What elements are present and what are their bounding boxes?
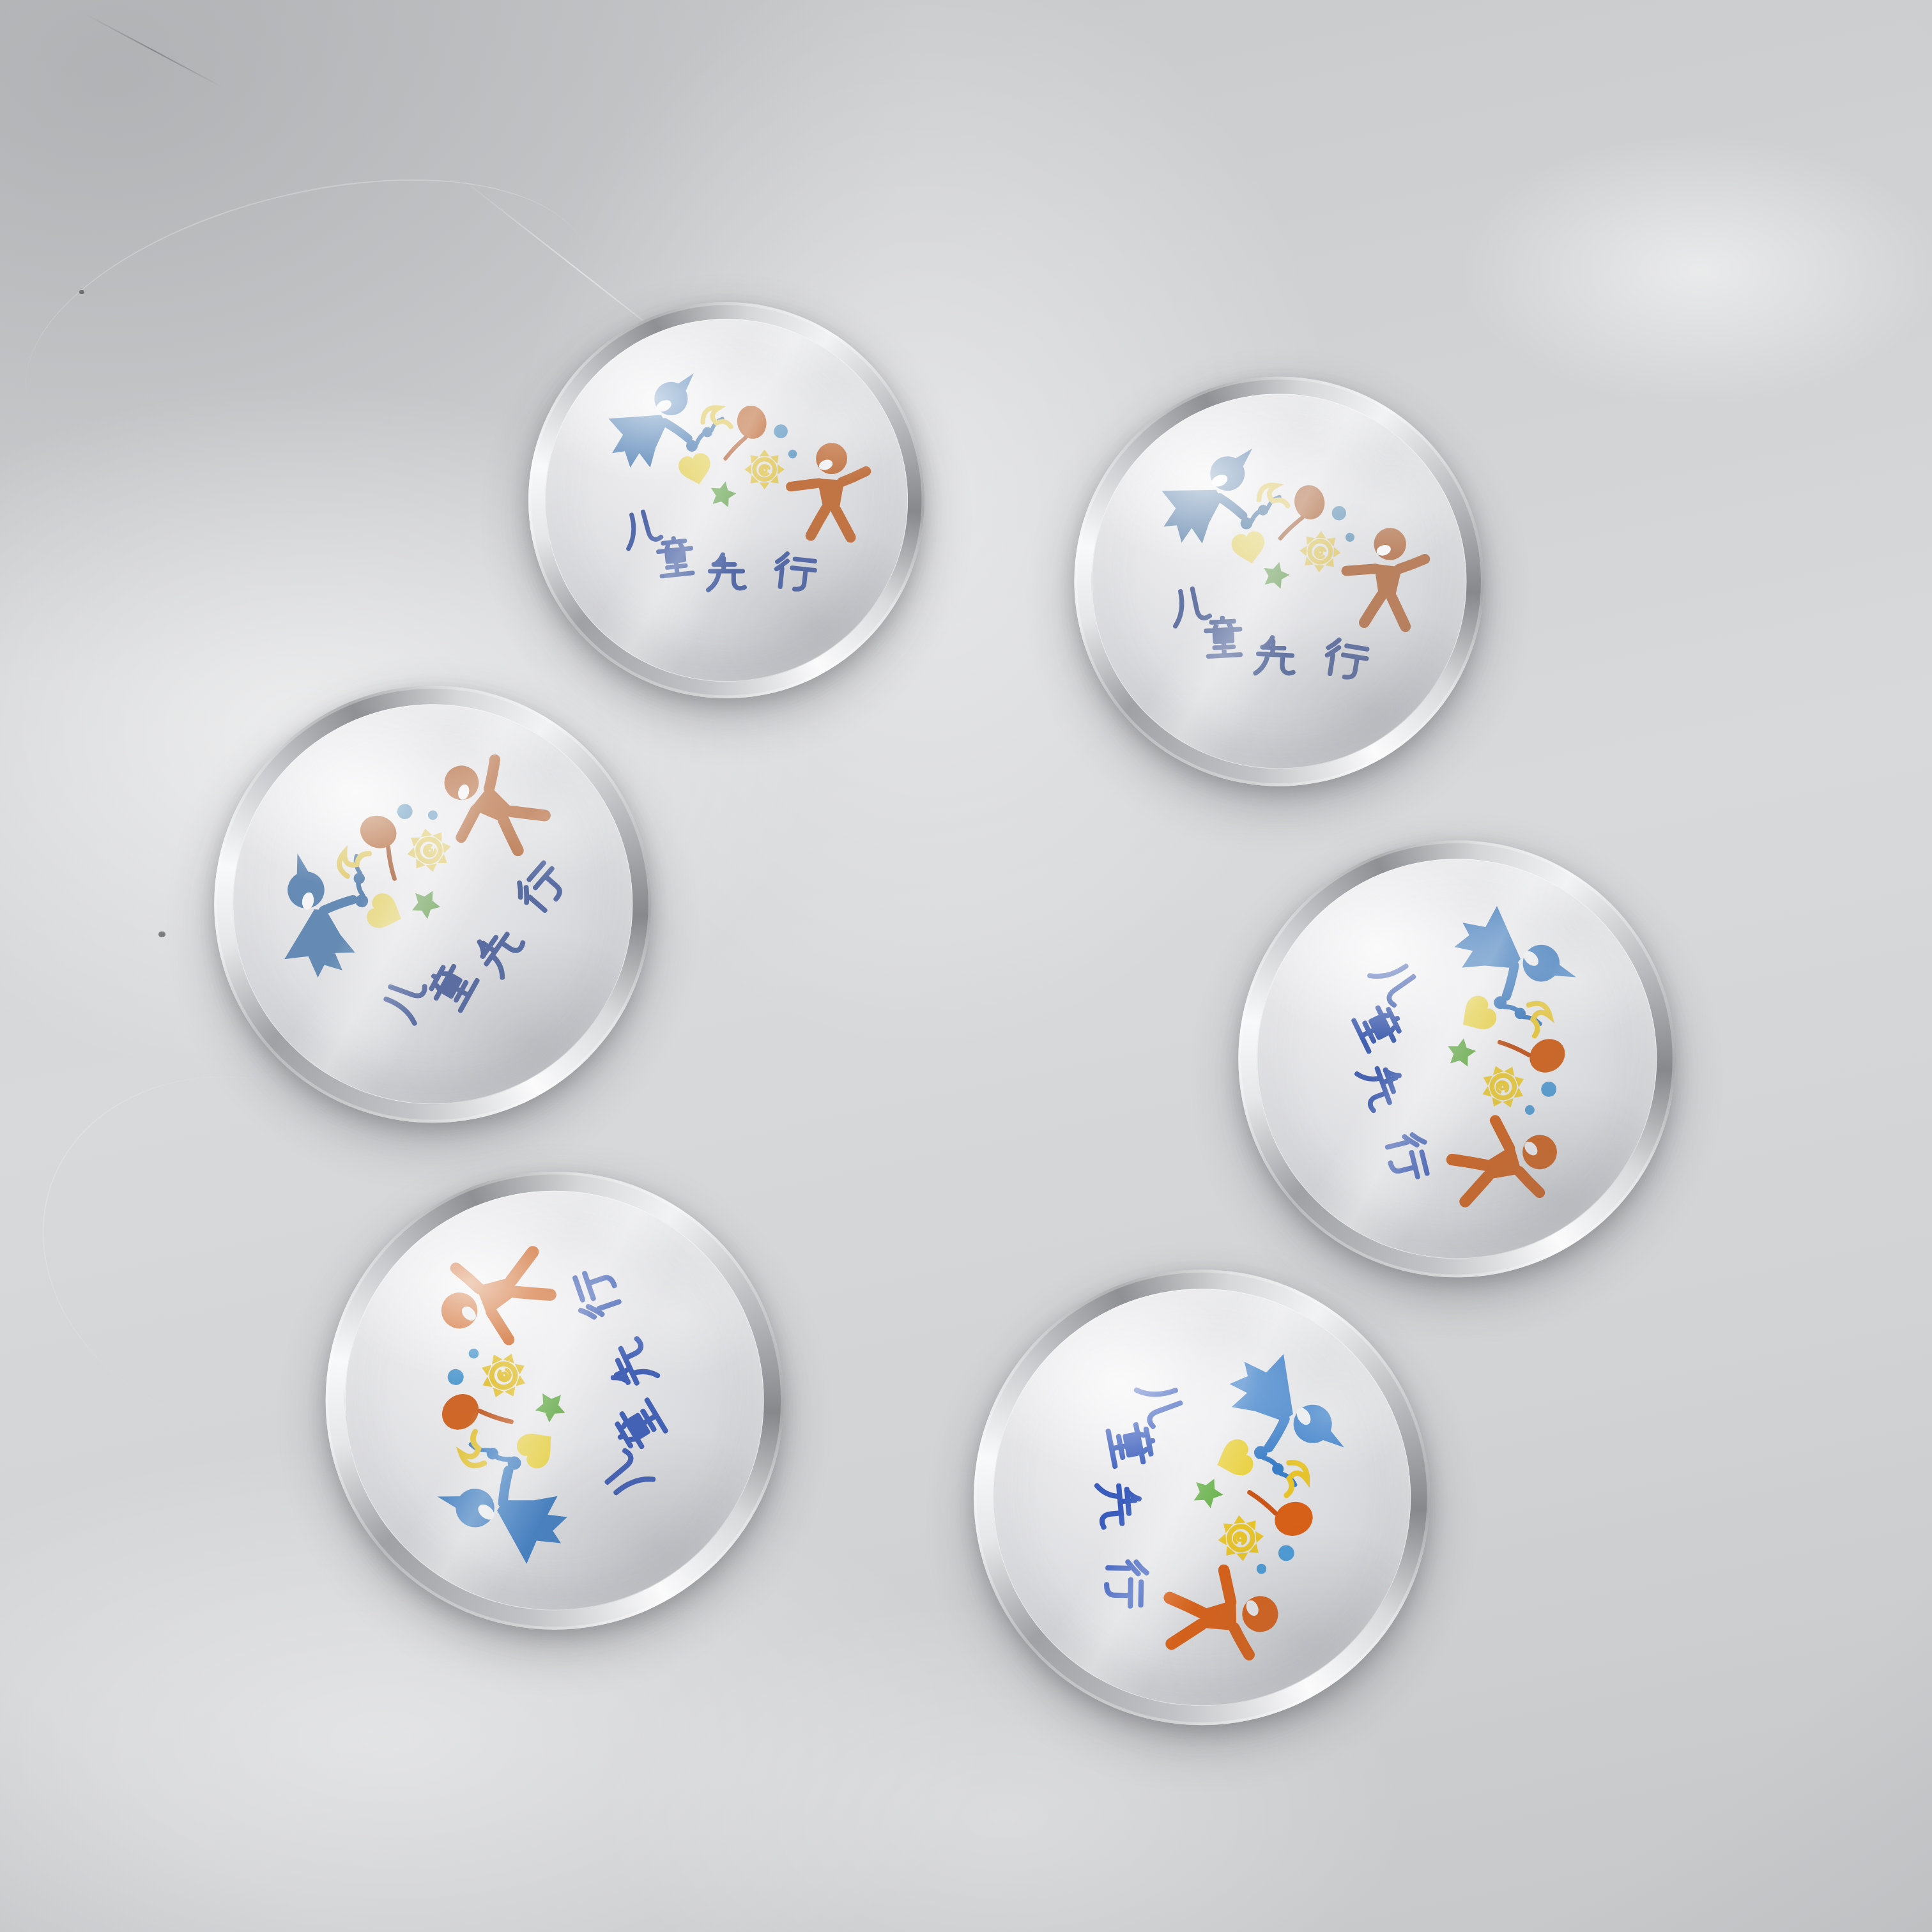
star-icon <box>1260 558 1292 590</box>
dust-speck <box>79 290 84 295</box>
sun-icon <box>399 820 460 881</box>
badge-face <box>1091 394 1466 769</box>
blue-dot-icon <box>1539 1079 1558 1098</box>
logo-rotation-wrapper <box>345 1191 765 1611</box>
blue-dot-icon <box>445 1367 466 1388</box>
streamer-icon <box>1259 484 1289 505</box>
streamer-icon <box>703 408 731 427</box>
music-notes-icon <box>1253 1443 1295 1487</box>
badge-face <box>345 1191 765 1611</box>
badge-left <box>215 686 651 1123</box>
sun-icon <box>1298 530 1342 574</box>
blue-child-figure <box>1446 889 1586 1042</box>
heart-icon <box>677 451 715 488</box>
glossy-highlight <box>993 1289 1411 1706</box>
badge-bottom-left <box>326 1172 784 1630</box>
orange-child-figure <box>1344 526 1427 627</box>
badge-face <box>233 704 632 1104</box>
sun-icon <box>744 450 784 489</box>
glossy-highlight <box>1257 859 1657 1259</box>
logo-text-char-2 <box>1206 617 1241 656</box>
glossy-highlight <box>233 704 632 1104</box>
surface-scratch <box>0 127 623 531</box>
badge-right <box>1238 840 1675 1276</box>
logo-text-char-2 <box>1353 1002 1405 1052</box>
logo-text-char-2 <box>611 1400 666 1453</box>
logo-text-char-2 <box>425 960 477 1011</box>
logo-text <box>374 829 572 1057</box>
badge-bottom-right <box>974 1269 1430 1726</box>
blue-dot-icon <box>1256 1563 1267 1574</box>
logo-text-char-4 <box>1385 1132 1432 1182</box>
logo-rotation-wrapper <box>233 704 632 1104</box>
logo-text-char-1 <box>1169 586 1210 626</box>
streamer-icon <box>1284 1461 1308 1495</box>
blue-child-figure <box>1159 444 1282 548</box>
badge-top-right <box>1074 377 1483 786</box>
blue-child-figure <box>1227 1349 1347 1489</box>
badge-top <box>528 302 924 698</box>
logo-rotation-wrapper <box>545 319 908 682</box>
glossy-highlight <box>1091 394 1466 769</box>
logo-text <box>1165 585 1372 680</box>
blue-dot-icon <box>394 801 415 822</box>
logo-text-char-3 <box>1357 1061 1407 1112</box>
blue-child-figure <box>243 827 401 990</box>
blue-dot-icon <box>467 1347 480 1361</box>
badge-face <box>1257 859 1657 1259</box>
balloon-icon <box>1250 1487 1318 1544</box>
table-surface: 儿童先行 <box>0 0 1932 1932</box>
streamer-icon <box>1524 999 1554 1036</box>
logo-text-char-4 <box>570 1266 622 1321</box>
music-notes-icon <box>471 1429 523 1483</box>
logo-text-char-1 <box>1137 1377 1184 1427</box>
star-icon <box>1193 1476 1225 1509</box>
music-notes-icon <box>333 856 387 910</box>
sun-icon <box>1475 1059 1531 1115</box>
logo-text-char-1 <box>1370 956 1420 1007</box>
logo-rotation-wrapper <box>1091 394 1466 769</box>
badge-face <box>545 319 908 682</box>
logo-text-char-3 <box>1097 1482 1141 1528</box>
logo-text-char-3 <box>470 922 525 977</box>
orange-child-figure <box>422 742 555 870</box>
logo-text-char-3 <box>602 1338 657 1393</box>
balloon-icon <box>1280 480 1330 540</box>
logo-text <box>620 509 816 591</box>
logo-text <box>520 1262 701 1508</box>
balloon-icon <box>726 402 770 459</box>
dust-speck <box>158 931 165 937</box>
logo-rotation-wrapper <box>1257 859 1657 1259</box>
music-notes-icon <box>1492 986 1540 1036</box>
badge-face <box>993 1289 1411 1706</box>
logo-text-char-1 <box>620 509 662 549</box>
children-first-logo <box>233 704 632 1104</box>
heart-icon <box>1230 530 1268 567</box>
blue-dot-icon <box>774 425 788 439</box>
logo-text-char-4 <box>1106 1561 1146 1606</box>
sun-icon <box>473 1345 534 1407</box>
balloon-icon <box>1499 1021 1574 1088</box>
logo-text-char-4 <box>1324 639 1369 680</box>
glossy-highlight <box>545 319 908 682</box>
star-icon <box>532 1390 566 1425</box>
logo-text-char-4 <box>775 553 816 591</box>
logo-rotation-wrapper <box>993 1289 1411 1706</box>
blue-child-figure <box>608 373 722 468</box>
logo-text-char-1 <box>381 976 427 1023</box>
logo-text <box>1087 1376 1200 1609</box>
children-first-logo <box>345 1191 765 1611</box>
music-notes-icon <box>1240 495 1279 531</box>
balloon-icon <box>344 803 422 878</box>
blue-dot-icon <box>1278 1544 1295 1561</box>
glossy-highlight <box>345 1191 765 1611</box>
orange-child-figure <box>791 443 866 537</box>
logo-text-char-2 <box>1108 1422 1156 1467</box>
children-first-logo <box>993 1289 1411 1706</box>
children-first-logo <box>545 319 908 682</box>
streamer-icon <box>334 841 369 879</box>
surface-scratch <box>86 14 224 88</box>
logo-text-char-2 <box>657 537 694 576</box>
logo-text-char-4 <box>513 859 569 916</box>
star-icon <box>405 884 445 923</box>
music-notes-icon <box>686 418 723 452</box>
blue-dot-icon <box>1345 533 1354 542</box>
sun-icon <box>1216 1513 1266 1563</box>
children-first-logo <box>1257 859 1657 1259</box>
blue-dot-icon <box>788 450 797 459</box>
logo-text-char-3 <box>1255 637 1295 675</box>
orange-child-figure <box>1443 1104 1569 1218</box>
logo-text <box>1322 952 1482 1186</box>
star-icon <box>1447 1037 1478 1069</box>
blue-child-figure <box>424 1421 578 1586</box>
heart-icon <box>1211 1436 1256 1482</box>
balloon-icon <box>431 1376 511 1450</box>
logo-text-char-1 <box>599 1449 653 1503</box>
streamer-icon <box>455 1432 489 1471</box>
heart-icon <box>1453 992 1500 1039</box>
heart-icon <box>364 890 408 935</box>
children-first-logo <box>1091 394 1466 769</box>
heart-icon <box>512 1423 563 1473</box>
logo-text-char-3 <box>709 555 745 590</box>
badge-text-caption: 儿童先行 <box>0 0 1 1</box>
star-icon <box>708 479 738 509</box>
blue-dot-icon <box>1331 506 1346 521</box>
orange-child-figure <box>1165 1565 1281 1661</box>
orange-child-figure <box>426 1236 562 1361</box>
blue-dot-icon <box>426 808 440 822</box>
blue-dot-icon <box>1524 1104 1536 1116</box>
